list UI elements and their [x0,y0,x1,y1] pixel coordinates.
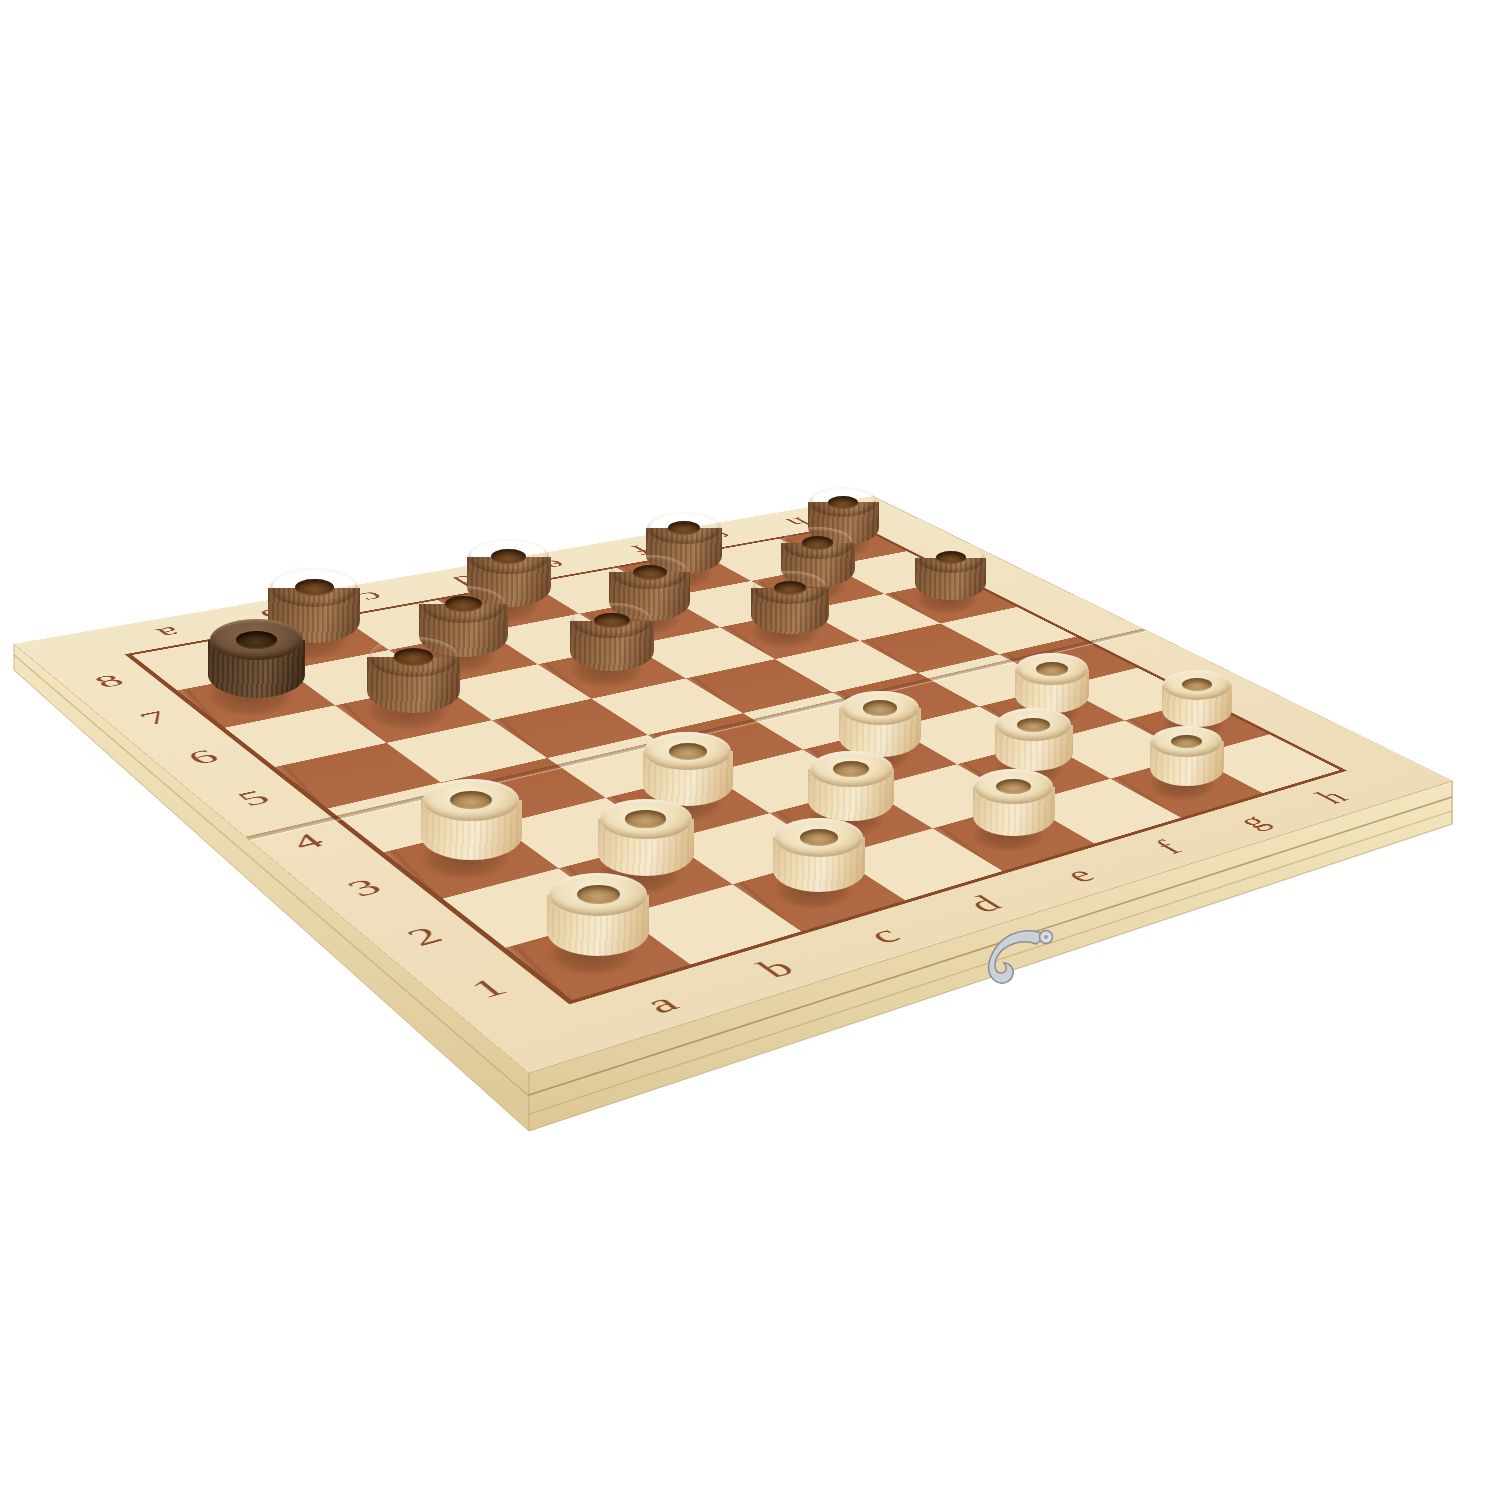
piece-stacking-recess [800,829,838,846]
product-photo-scene: abcdefgh abcdefgh 87654321 [0,0,1500,1500]
piece-stacking-recess [802,536,833,550]
piece-dark-b6[interactable] [367,636,460,733]
piece-light-a3[interactable] [421,778,522,883]
piece-stacking-recess [236,631,277,649]
piece-stacking-recess [633,565,667,580]
piece-stacking-recess [295,579,334,596]
piece-stacking-recess [594,613,630,629]
rank-label-5: 5 [215,783,293,813]
piece-dark-d6[interactable] [570,602,655,690]
near-file-label-b: b [734,950,816,987]
rank-label-3: 3 [323,871,405,905]
piece-stacking-recess [1036,662,1067,676]
near-file-label-f: f [1132,832,1203,862]
piece-stacking-recess [577,885,620,904]
piece-stacking-recess [625,810,665,828]
piece-stacking-recess [394,648,433,665]
piece-light-a1[interactable] [547,872,649,979]
far-file-label-a: a [135,621,204,643]
rank-label-2: 2 [382,918,466,954]
piece-dark-h6[interactable] [915,542,986,616]
near-file-label-g: g [1218,807,1287,835]
near-file-label-d: d [946,888,1022,921]
piece-stacking-recess [1017,718,1050,732]
rank-label-6: 6 [165,743,241,771]
near-file-label-e: e [1042,859,1116,890]
piece-light-c1[interactable] [773,817,864,912]
near-file-label-c: c [844,918,923,953]
piece-stacking-recess [774,581,806,595]
rank-label-8: 8 [73,669,145,694]
piece-stacking-recess [863,700,897,715]
piece-stacking-recess [828,496,858,509]
near-file-label-a: a [618,984,703,1023]
piece-dark-f6[interactable] [751,571,828,651]
piece-light-g1[interactable] [1150,725,1224,802]
piece-dark-a7[interactable] [208,618,305,719]
piece-light-e1[interactable] [973,769,1055,854]
rank-label-1: 1 [445,969,531,1008]
piece-stacking-recess [669,743,707,760]
near-file-label-h: h [1298,783,1365,810]
rank-label-7: 7 [117,705,191,731]
